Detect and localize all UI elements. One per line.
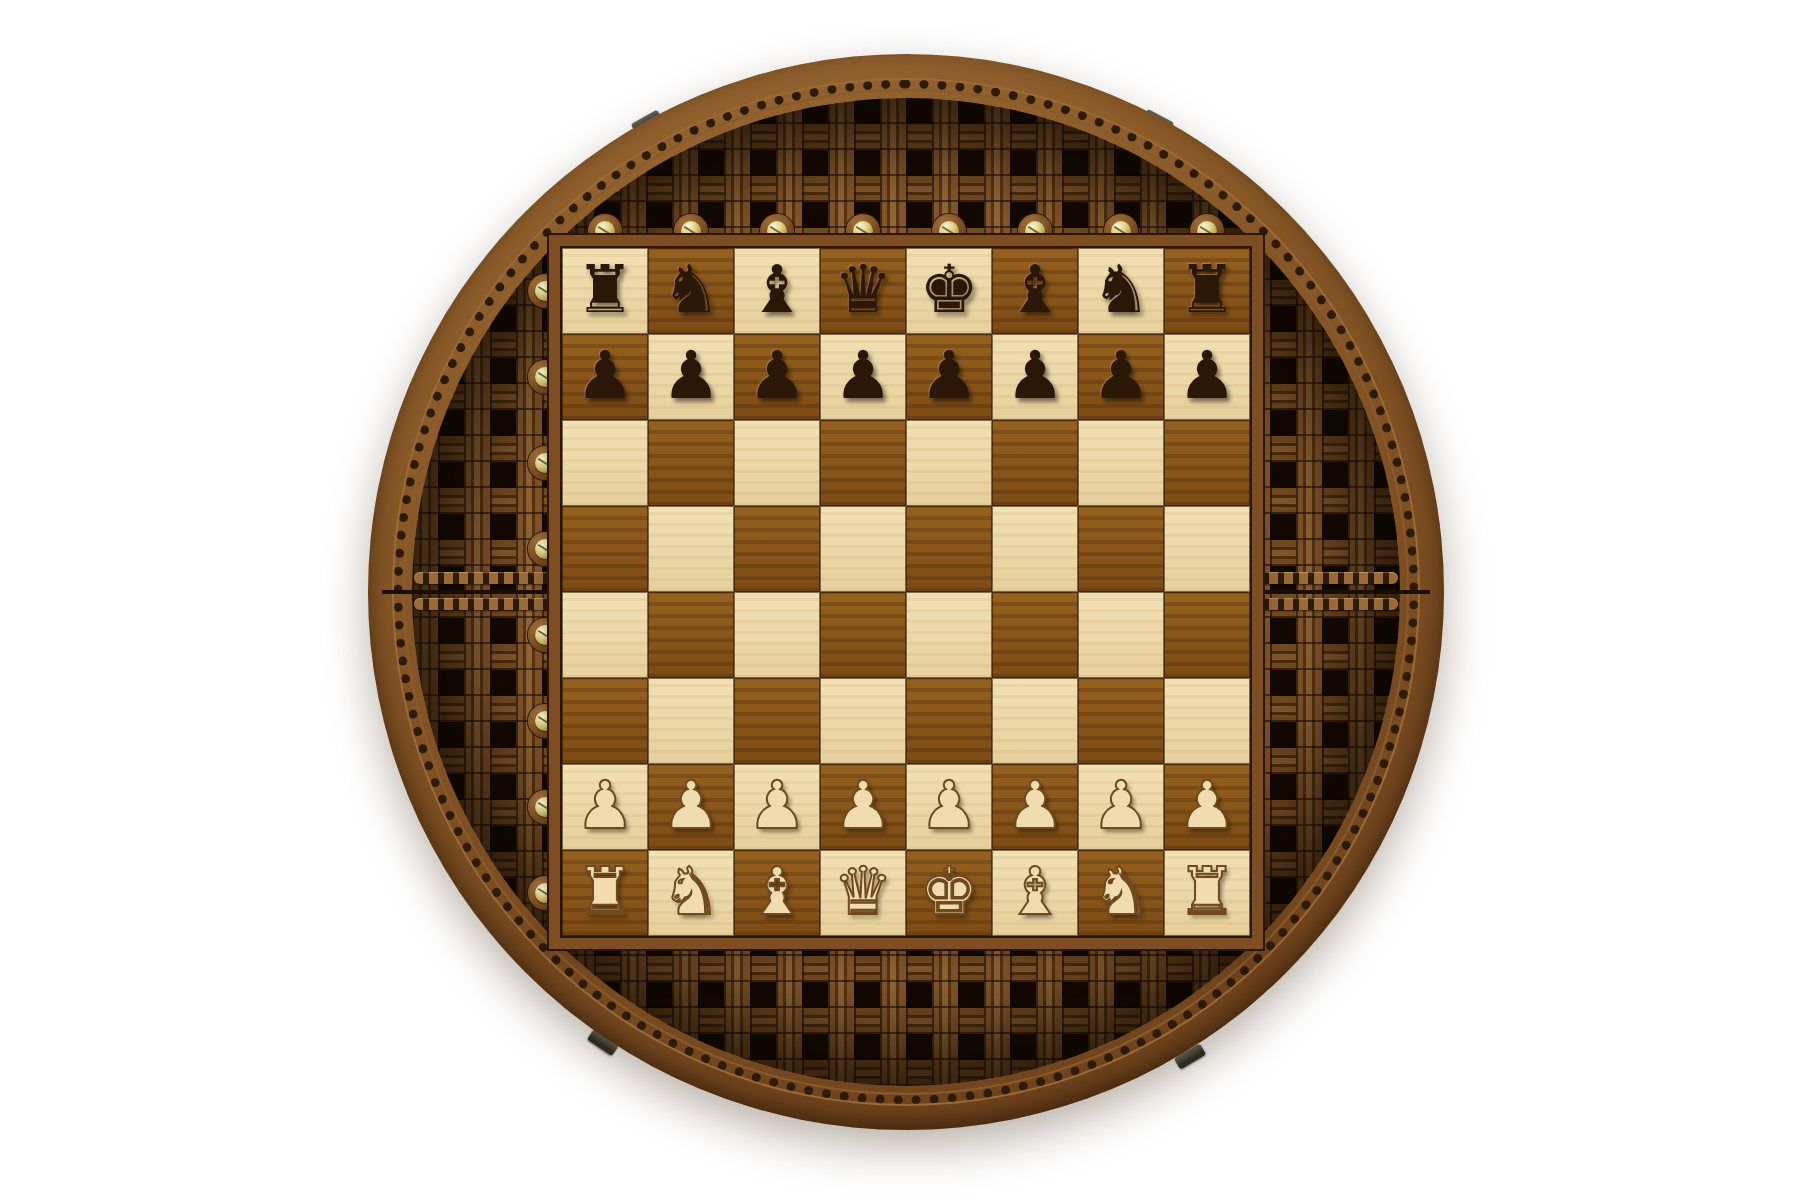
square-g8[interactable]: ♞ <box>1078 248 1164 334</box>
scallop-bump <box>528 790 562 824</box>
brass-screw-icon <box>535 453 555 473</box>
piece-black-pawn[interactable]: ♟ <box>906 334 992 420</box>
square-b5[interactable] <box>648 506 734 592</box>
brass-screw-icon <box>535 281 555 301</box>
piece-white-bishop[interactable]: ♝ <box>734 850 820 936</box>
brass-screw-icon <box>595 221 615 241</box>
piece-black-queen[interactable]: ♛ <box>820 248 906 334</box>
square-g2[interactable]: ♟ <box>1078 764 1164 850</box>
square-g1[interactable]: ♞ <box>1078 850 1164 936</box>
square-f1[interactable]: ♝ <box>992 850 1078 936</box>
brass-screw-icon <box>939 221 959 241</box>
brass-screw-icon <box>681 221 701 241</box>
brass-screw-icon <box>535 539 555 559</box>
piece-white-pawn[interactable]: ♟ <box>820 764 906 850</box>
square-d4[interactable] <box>820 592 906 678</box>
piece-white-pawn[interactable]: ♟ <box>906 764 992 850</box>
scallop-bump <box>528 876 562 910</box>
square-b2[interactable]: ♟ <box>648 764 734 850</box>
square-f4[interactable] <box>992 592 1078 678</box>
piece-black-pawn[interactable]: ♟ <box>1164 334 1250 420</box>
square-b7[interactable]: ♟ <box>648 334 734 420</box>
piece-white-pawn[interactable]: ♟ <box>1078 764 1164 850</box>
piece-black-pawn[interactable]: ♟ <box>734 334 820 420</box>
brass-screw-icon <box>1197 221 1217 241</box>
piece-black-pawn[interactable]: ♟ <box>648 334 734 420</box>
piece-black-rook[interactable]: ♜ <box>562 248 648 334</box>
scallop-bump <box>932 214 966 248</box>
square-d6[interactable] <box>820 420 906 506</box>
square-h6[interactable] <box>1164 420 1250 506</box>
square-d5[interactable] <box>820 506 906 592</box>
square-g5[interactable] <box>1078 506 1164 592</box>
square-e4[interactable] <box>906 592 992 678</box>
photo-canvas: ♜♞♝♛♚♝♞♜♟♟♟♟♟♟♟♟♟♟♟♟♟♟♟♟♜♞♝♛♚♝♞♜ <box>0 0 1800 1200</box>
square-b8[interactable]: ♞ <box>648 248 734 334</box>
scallop-bump <box>1018 214 1052 248</box>
square-c2[interactable]: ♟ <box>734 764 820 850</box>
square-a6[interactable] <box>562 420 648 506</box>
scallop-bump <box>588 214 622 248</box>
chessboard: ♜♞♝♛♚♝♞♜♟♟♟♟♟♟♟♟♟♟♟♟♟♟♟♟♜♞♝♛♚♝♞♜ <box>562 248 1250 936</box>
square-c8[interactable]: ♝ <box>734 248 820 334</box>
piece-white-pawn[interactable]: ♟ <box>1164 764 1250 850</box>
square-c5[interactable] <box>734 506 820 592</box>
piece-black-rook[interactable]: ♜ <box>1164 248 1250 334</box>
square-h3[interactable] <box>1164 678 1250 764</box>
scallop-bump <box>528 532 562 566</box>
piece-white-rook[interactable]: ♜ <box>562 850 648 936</box>
piece-black-knight[interactable]: ♞ <box>1078 248 1164 334</box>
piece-black-bishop[interactable]: ♝ <box>734 248 820 334</box>
square-b6[interactable] <box>648 420 734 506</box>
brass-screw-icon <box>853 221 873 241</box>
scallop-bump <box>528 274 562 308</box>
square-a1[interactable]: ♜ <box>562 850 648 936</box>
square-a2[interactable]: ♟ <box>562 764 648 850</box>
brass-screw-icon <box>1025 221 1045 241</box>
piece-black-pawn[interactable]: ♟ <box>820 334 906 420</box>
square-a5[interactable] <box>562 506 648 592</box>
piece-white-bishop[interactable]: ♝ <box>992 850 1078 936</box>
square-e8[interactable]: ♚ <box>906 248 992 334</box>
square-f5[interactable] <box>992 506 1078 592</box>
brass-screw-icon <box>535 883 555 903</box>
scallop-bump <box>1190 214 1224 248</box>
scallop-bump <box>528 618 562 652</box>
scallop-bump <box>528 704 562 738</box>
piece-black-pawn[interactable]: ♟ <box>1078 334 1164 420</box>
square-b3[interactable] <box>648 678 734 764</box>
square-d3[interactable] <box>820 678 906 764</box>
square-g6[interactable] <box>1078 420 1164 506</box>
square-f2[interactable]: ♟ <box>992 764 1078 850</box>
square-a8[interactable]: ♜ <box>562 248 648 334</box>
scallop-bump <box>846 214 880 248</box>
scallop-bump <box>528 446 562 480</box>
square-a4[interactable] <box>562 592 648 678</box>
square-h8[interactable]: ♜ <box>1164 248 1250 334</box>
square-a3[interactable] <box>562 678 648 764</box>
piece-white-pawn[interactable]: ♟ <box>992 764 1078 850</box>
square-e7[interactable]: ♟ <box>906 334 992 420</box>
scallop-bump <box>528 360 562 394</box>
square-g7[interactable]: ♟ <box>1078 334 1164 420</box>
piece-white-knight[interactable]: ♞ <box>648 850 734 936</box>
square-f3[interactable] <box>992 678 1078 764</box>
square-e3[interactable] <box>906 678 992 764</box>
brass-screw-icon <box>535 367 555 387</box>
square-e1[interactable]: ♚ <box>906 850 992 936</box>
piece-black-pawn[interactable]: ♟ <box>562 334 648 420</box>
square-c3[interactable] <box>734 678 820 764</box>
piece-black-king[interactable]: ♚ <box>906 248 992 334</box>
square-g4[interactable] <box>1078 592 1164 678</box>
square-c1[interactable]: ♝ <box>734 850 820 936</box>
piece-black-knight[interactable]: ♞ <box>648 248 734 334</box>
piece-white-knight[interactable]: ♞ <box>1078 850 1164 936</box>
piece-white-pawn[interactable]: ♟ <box>648 764 734 850</box>
square-a7[interactable]: ♟ <box>562 334 648 420</box>
brass-screw-icon <box>1111 221 1131 241</box>
brass-screw-icon <box>535 711 555 731</box>
piece-black-pawn[interactable]: ♟ <box>992 334 1078 420</box>
square-g3[interactable] <box>1078 678 1164 764</box>
brass-screw-icon <box>535 625 555 645</box>
square-c6[interactable] <box>734 420 820 506</box>
brass-screw-icon <box>767 221 787 241</box>
square-b1[interactable]: ♞ <box>648 850 734 936</box>
scallop-bump <box>674 214 708 248</box>
scallop-bump <box>760 214 794 248</box>
square-d8[interactable]: ♛ <box>820 248 906 334</box>
square-b4[interactable] <box>648 592 734 678</box>
square-f6[interactable] <box>992 420 1078 506</box>
square-c7[interactable]: ♟ <box>734 334 820 420</box>
piece-white-queen[interactable]: ♛ <box>820 850 906 936</box>
square-e6[interactable] <box>906 420 992 506</box>
square-d2[interactable]: ♟ <box>820 764 906 850</box>
square-f8[interactable]: ♝ <box>992 248 1078 334</box>
square-h7[interactable]: ♟ <box>1164 334 1250 420</box>
square-e5[interactable] <box>906 506 992 592</box>
scallop-bump <box>1104 214 1138 248</box>
square-d7[interactable]: ♟ <box>820 334 906 420</box>
brass-screw-icon <box>535 797 555 817</box>
piece-white-pawn[interactable]: ♟ <box>734 764 820 850</box>
piece-white-king[interactable]: ♚ <box>906 850 992 936</box>
square-h2[interactable]: ♟ <box>1164 764 1250 850</box>
square-h1[interactable]: ♜ <box>1164 850 1250 936</box>
piece-white-pawn[interactable]: ♟ <box>562 764 648 850</box>
square-d1[interactable]: ♛ <box>820 850 906 936</box>
square-c4[interactable] <box>734 592 820 678</box>
square-h5[interactable] <box>1164 506 1250 592</box>
square-e2[interactable]: ♟ <box>906 764 992 850</box>
piece-black-bishop[interactable]: ♝ <box>992 248 1078 334</box>
piece-white-rook[interactable]: ♜ <box>1164 850 1250 936</box>
square-f7[interactable]: ♟ <box>992 334 1078 420</box>
square-h4[interactable] <box>1164 592 1250 678</box>
